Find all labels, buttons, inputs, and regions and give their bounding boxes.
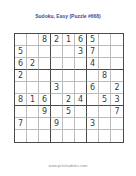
cell-r1c9[interactable]: [111, 34, 123, 46]
cell-r9c7[interactable]: [87, 130, 99, 142]
cell-r8c7[interactable]: 3: [87, 118, 99, 130]
cell-r2c8[interactable]: [99, 46, 111, 58]
cell-r3c7[interactable]: 4: [87, 58, 99, 70]
cell-r2c7[interactable]: 7: [87, 46, 99, 58]
cell-r4c9[interactable]: [111, 70, 123, 82]
cell-r4c4[interactable]: [51, 70, 63, 82]
cell-r2c5[interactable]: [63, 46, 75, 58]
cell-r8c5[interactable]: [63, 118, 75, 130]
cell-r3c6[interactable]: [75, 58, 87, 70]
cell-r3c5[interactable]: [63, 58, 75, 70]
cell-r3c2[interactable]: 2: [27, 58, 39, 70]
cell-r4c3[interactable]: [39, 70, 51, 82]
cell-r1c6[interactable]: 6: [75, 34, 87, 46]
cell-r5c4[interactable]: 3: [51, 82, 63, 94]
cell-r6c3[interactable]: 6: [39, 94, 51, 106]
footer-url: www.printsudoku.com: [0, 163, 136, 168]
cell-r9c9[interactable]: [111, 130, 123, 142]
cell-r8c1[interactable]: 7: [15, 118, 27, 130]
cell-r5c1[interactable]: [15, 82, 27, 94]
page-title: Sudoku, Easy (Puzzle #668): [0, 13, 136, 19]
cell-r9c5[interactable]: [63, 130, 75, 142]
cell-r6c6[interactable]: 4: [75, 94, 87, 106]
cell-r4c1[interactable]: 2: [15, 70, 27, 82]
cell-r5c8[interactable]: [99, 82, 111, 94]
cell-r6c8[interactable]: 5: [99, 94, 111, 106]
cell-r7c5[interactable]: 5: [63, 106, 75, 118]
cell-r7c8[interactable]: [99, 106, 111, 118]
cell-r1c7[interactable]: 5: [87, 34, 99, 46]
cell-r4c7[interactable]: [87, 70, 99, 82]
cell-r4c8[interactable]: 8: [99, 70, 111, 82]
cell-r7c3[interactable]: 9: [39, 106, 51, 118]
cell-r1c3[interactable]: 8: [39, 34, 51, 46]
cell-r1c4[interactable]: 2: [51, 34, 63, 46]
cell-r9c4[interactable]: [51, 130, 63, 142]
cell-r7c1[interactable]: [15, 106, 27, 118]
cell-r1c1[interactable]: [15, 34, 27, 46]
cell-r1c8[interactable]: [99, 34, 111, 46]
cell-r5c7[interactable]: 6: [87, 82, 99, 94]
sudoku-board: 82165537624283628162453957793: [14, 33, 124, 143]
cell-r8c2[interactable]: [27, 118, 39, 130]
cell-r2c4[interactable]: [51, 46, 63, 58]
cell-r2c3[interactable]: [39, 46, 51, 58]
cell-r5c6[interactable]: [75, 82, 87, 94]
cell-r6c1[interactable]: 8: [15, 94, 27, 106]
cell-r3c8[interactable]: [99, 58, 111, 70]
cell-r5c2[interactable]: [27, 82, 39, 94]
cell-r6c5[interactable]: 2: [63, 94, 75, 106]
cell-r8c4[interactable]: 9: [51, 118, 63, 130]
cell-r7c9[interactable]: 7: [111, 106, 123, 118]
cell-r6c9[interactable]: 3: [111, 94, 123, 106]
cell-r6c4[interactable]: [51, 94, 63, 106]
cell-r8c6[interactable]: [75, 118, 87, 130]
cell-r2c2[interactable]: [27, 46, 39, 58]
cell-r9c6[interactable]: [75, 130, 87, 142]
cell-r8c3[interactable]: [39, 118, 51, 130]
cell-r9c1[interactable]: [15, 130, 27, 142]
cell-r1c2[interactable]: [27, 34, 39, 46]
cell-r8c9[interactable]: [111, 118, 123, 130]
cell-r4c2[interactable]: [27, 70, 39, 82]
cell-r3c4[interactable]: [51, 58, 63, 70]
cell-r5c5[interactable]: [63, 82, 75, 94]
cell-r6c7[interactable]: [87, 94, 99, 106]
cell-r3c3[interactable]: [39, 58, 51, 70]
cell-r4c5[interactable]: [63, 70, 75, 82]
cell-r2c9[interactable]: [111, 46, 123, 58]
cell-r7c6[interactable]: [75, 106, 87, 118]
cell-r2c1[interactable]: 5: [15, 46, 27, 58]
cell-r3c9[interactable]: [111, 58, 123, 70]
cell-r9c8[interactable]: [99, 130, 111, 142]
cell-r9c2[interactable]: [27, 130, 39, 142]
cell-r3c1[interactable]: 6: [15, 58, 27, 70]
cell-r6c2[interactable]: 1: [27, 94, 39, 106]
cell-r7c4[interactable]: [51, 106, 63, 118]
cell-r7c7[interactable]: [87, 106, 99, 118]
cell-r8c8[interactable]: [99, 118, 111, 130]
cell-r5c9[interactable]: 2: [111, 82, 123, 94]
cell-r5c3[interactable]: [39, 82, 51, 94]
cell-r2c6[interactable]: 3: [75, 46, 87, 58]
cell-r4c6[interactable]: [75, 70, 87, 82]
cell-r7c2[interactable]: [27, 106, 39, 118]
cell-r9c3[interactable]: [39, 130, 51, 142]
cell-r1c5[interactable]: 1: [63, 34, 75, 46]
